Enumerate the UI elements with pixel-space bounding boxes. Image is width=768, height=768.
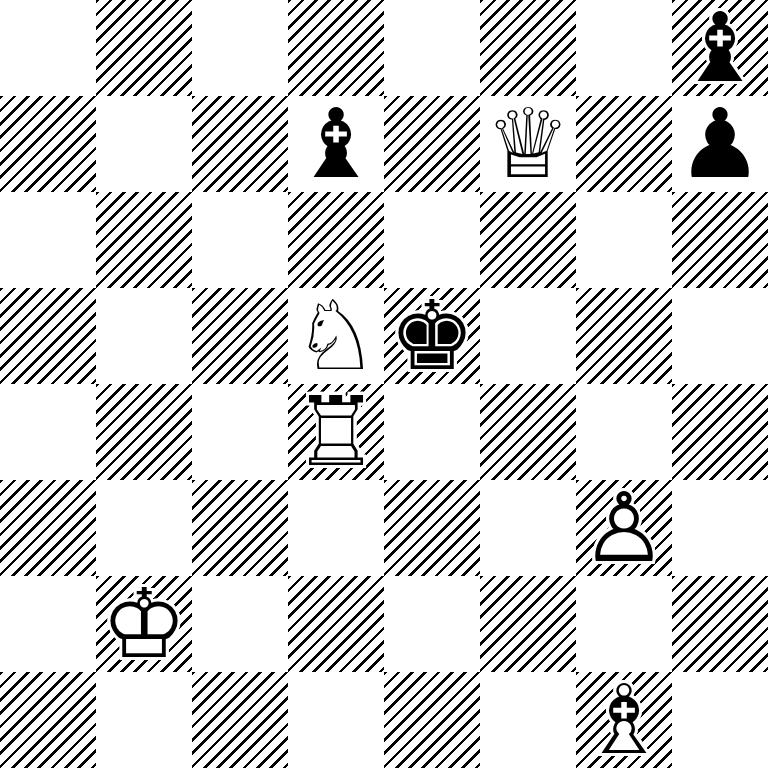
square-h4[interactable] — [672, 384, 768, 480]
square-f6[interactable] — [480, 192, 576, 288]
square-a3[interactable] — [0, 480, 96, 576]
square-c8[interactable] — [192, 0, 288, 96]
square-b1[interactable] — [96, 672, 192, 768]
square-c3[interactable] — [192, 480, 288, 576]
square-d3[interactable] — [288, 480, 384, 576]
square-a4[interactable] — [0, 384, 96, 480]
piece-halo: ♜ — [288, 384, 384, 480]
square-e5[interactable]: ♚♚ — [384, 288, 480, 384]
square-e3[interactable] — [384, 480, 480, 576]
piece-halo: ♚ — [384, 288, 480, 384]
square-d4[interactable]: ♜♖ — [288, 384, 384, 480]
square-h3[interactable] — [672, 480, 768, 576]
square-e2[interactable] — [384, 576, 480, 672]
square-d6[interactable] — [288, 192, 384, 288]
piece-white-rook: ♖ — [288, 384, 384, 480]
square-e1[interactable] — [384, 672, 480, 768]
piece-black-pawn: ♟ — [672, 96, 768, 192]
square-g8[interactable] — [576, 0, 672, 96]
square-e7[interactable] — [384, 96, 480, 192]
square-c7[interactable] — [192, 96, 288, 192]
piece-halo: ♞ — [288, 288, 384, 384]
square-b4[interactable] — [96, 384, 192, 480]
piece-halo: ♚ — [96, 576, 192, 672]
square-f5[interactable] — [480, 288, 576, 384]
square-b7[interactable] — [96, 96, 192, 192]
piece-halo: ♛ — [480, 96, 576, 192]
square-c2[interactable] — [192, 576, 288, 672]
square-g1[interactable]: ♝♗ — [576, 672, 672, 768]
square-a2[interactable] — [0, 576, 96, 672]
square-b2[interactable]: ♚♔ — [96, 576, 192, 672]
square-c5[interactable] — [192, 288, 288, 384]
square-a5[interactable] — [0, 288, 96, 384]
square-d5[interactable]: ♞♘ — [288, 288, 384, 384]
square-h1[interactable] — [672, 672, 768, 768]
square-b6[interactable] — [96, 192, 192, 288]
square-f8[interactable] — [480, 0, 576, 96]
square-a7[interactable] — [0, 96, 96, 192]
square-h7[interactable]: ♟♟ — [672, 96, 768, 192]
piece-black-bishop: ♝ — [672, 0, 768, 96]
square-a6[interactable] — [0, 192, 96, 288]
piece-white-queen: ♕ — [480, 96, 576, 192]
square-d8[interactable] — [288, 0, 384, 96]
square-c6[interactable] — [192, 192, 288, 288]
piece-black-king: ♚ — [384, 288, 480, 384]
square-e8[interactable] — [384, 0, 480, 96]
square-e4[interactable] — [384, 384, 480, 480]
square-c1[interactable] — [192, 672, 288, 768]
piece-halo: ♝ — [288, 96, 384, 192]
piece-halo: ♟ — [576, 480, 672, 576]
square-a8[interactable] — [0, 0, 96, 96]
piece-halo: ♝ — [576, 672, 672, 768]
square-b3[interactable] — [96, 480, 192, 576]
piece-white-pawn: ♙ — [576, 480, 672, 576]
square-e6[interactable] — [384, 192, 480, 288]
piece-halo: ♝ — [672, 0, 768, 96]
square-f2[interactable] — [480, 576, 576, 672]
square-g2[interactable] — [576, 576, 672, 672]
piece-black-bishop: ♝ — [288, 96, 384, 192]
square-c4[interactable] — [192, 384, 288, 480]
square-b8[interactable] — [96, 0, 192, 96]
square-h5[interactable] — [672, 288, 768, 384]
square-g4[interactable] — [576, 384, 672, 480]
square-g5[interactable] — [576, 288, 672, 384]
piece-white-knight: ♘ — [288, 288, 384, 384]
square-f1[interactable] — [480, 672, 576, 768]
square-h8[interactable]: ♝♝ — [672, 0, 768, 96]
square-a1[interactable] — [0, 672, 96, 768]
piece-white-king: ♔ — [96, 576, 192, 672]
piece-halo: ♟ — [672, 96, 768, 192]
square-d7[interactable]: ♝♝ — [288, 96, 384, 192]
square-b5[interactable] — [96, 288, 192, 384]
square-f7[interactable]: ♛♕ — [480, 96, 576, 192]
square-f3[interactable] — [480, 480, 576, 576]
square-d2[interactable] — [288, 576, 384, 672]
square-f4[interactable] — [480, 384, 576, 480]
square-g7[interactable] — [576, 96, 672, 192]
square-h6[interactable] — [672, 192, 768, 288]
chess-board: ♝♝♝♝♛♕♟♟♞♘♚♚♜♖♟♙♚♔♝♗ — [0, 0, 768, 768]
piece-white-bishop: ♗ — [576, 672, 672, 768]
square-g6[interactable] — [576, 192, 672, 288]
square-d1[interactable] — [288, 672, 384, 768]
square-h2[interactable] — [672, 576, 768, 672]
square-g3[interactable]: ♟♙ — [576, 480, 672, 576]
